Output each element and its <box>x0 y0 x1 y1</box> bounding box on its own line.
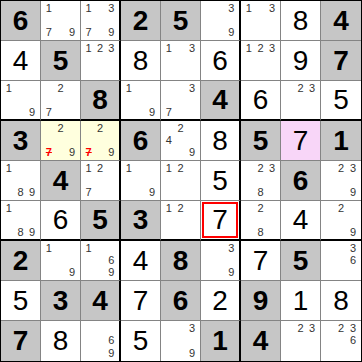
cell-r7c4[interactable]: 4 <box>121 241 161 281</box>
solved-digit: 8 <box>333 287 349 315</box>
cell-r2c1[interactable]: 4 <box>1 41 41 81</box>
solved-digit: 7 <box>212 206 228 234</box>
cell-r8c4[interactable]: 7 <box>121 281 161 321</box>
pencil-mark-6: 6 <box>106 255 117 266</box>
pencil-mark-9: 9 <box>106 348 117 359</box>
solved-digit: 1 <box>293 287 309 315</box>
cell-r3c6[interactable]: 4 <box>201 81 241 121</box>
cell-r6c5[interactable]: 12 <box>161 201 201 241</box>
given-digit: 7 <box>13 327 29 355</box>
cell-r4c5[interactable]: 249 <box>161 121 201 161</box>
given-digit: 8 <box>92 86 108 114</box>
cell-r1c4[interactable]: 2 <box>121 1 161 41</box>
cell-r2c9[interactable]: 7 <box>321 41 361 81</box>
solved-digit: 4 <box>293 206 309 234</box>
cell-r8c7[interactable]: 9 <box>241 281 281 321</box>
cell-r9c4[interactable]: 5 <box>121 321 161 361</box>
given-digit: 6 <box>133 127 149 155</box>
cell-r1c1[interactable]: 6 <box>1 1 41 41</box>
pencil-mark-2: 2 <box>295 323 307 334</box>
cell-r3c5[interactable]: 37 <box>161 81 201 121</box>
solved-digit: 8 <box>53 327 69 355</box>
cell-r4c6[interactable]: 8 <box>201 121 241 161</box>
cell-r6c6[interactable]: 7 <box>201 201 241 241</box>
pencil-mark-9: 9 <box>347 187 359 198</box>
given-digit: 3 <box>133 206 149 234</box>
given-digit: 8 <box>173 247 189 275</box>
cell-r3c9[interactable]: 5 <box>321 81 361 121</box>
pencil-mark-9: 9 <box>146 187 158 198</box>
pencil-mark-1: 1 <box>83 43 94 54</box>
pencil-mark-3: 3 <box>186 83 198 94</box>
cell-r4c3[interactable]: 279 <box>81 121 121 161</box>
cell-r2c6[interactable]: 6 <box>201 41 241 81</box>
cell-r3c2[interactable]: 27 <box>41 81 81 121</box>
cell-r7c5[interactable]: 8 <box>161 241 201 281</box>
pencil-mark-7: 7 <box>43 107 55 118</box>
given-digit: 6 <box>173 287 189 315</box>
pencil-mark-1: 1 <box>83 243 94 254</box>
pencil-mark-9: 9 <box>26 227 38 238</box>
cell-r8c1[interactable]: 5 <box>1 281 41 321</box>
cell-r4c4[interactable]: 6 <box>121 121 161 161</box>
cell-r9c8[interactable]: 23 <box>281 321 321 361</box>
given-digit: 5 <box>173 7 189 35</box>
pencil-mark-9: 9 <box>226 267 237 278</box>
pencil-mark-3: 3 <box>347 323 359 334</box>
pencil-mark-7-struck: 7 <box>83 147 94 158</box>
solved-digit: 4 <box>133 247 149 275</box>
cell-r8c8[interactable]: 1 <box>281 281 321 321</box>
cell-r6c8[interactable]: 4 <box>281 201 321 241</box>
solved-digit: 8 <box>293 7 309 35</box>
pencil-mark-6: 6 <box>106 335 117 346</box>
pencil-mark-3: 3 <box>186 43 198 54</box>
cell-r6c3[interactable]: 5 <box>81 201 121 241</box>
given-digit: 4 <box>212 86 228 114</box>
pencil-mark-3: 3 <box>266 163 278 174</box>
pencil-mark-1: 1 <box>83 163 94 174</box>
solved-digit: 6 <box>253 86 269 114</box>
solved-digit: 4 <box>13 47 29 75</box>
pencil-mark-9: 9 <box>106 147 117 158</box>
pencil-mark-6: 6 <box>347 255 359 266</box>
pencil-mark-1: 1 <box>163 203 175 214</box>
cell-r1c5[interactable]: 5 <box>161 1 201 41</box>
pencil-mark-7: 7 <box>83 27 94 38</box>
pencil-mark-7: 7 <box>163 107 175 118</box>
cell-r9c7[interactable]: 4 <box>241 321 281 361</box>
pencil-mark-1: 1 <box>163 163 175 174</box>
pencil-mark-3: 3 <box>226 243 237 254</box>
cell-r4c7[interactable]: 5 <box>241 121 281 161</box>
pencil-mark-7: 7 <box>43 27 55 38</box>
cell-r2c8[interactable]: 9 <box>281 41 321 81</box>
pencil-mark-2: 2 <box>94 43 105 54</box>
pencil-mark-1: 1 <box>43 243 55 254</box>
pencil-mark-2: 2 <box>94 163 105 174</box>
cell-r4c9[interactable]: 1 <box>321 121 361 161</box>
cell-r3c3[interactable]: 8 <box>81 81 121 121</box>
given-digit: 3 <box>13 127 29 155</box>
cell-r3c1[interactable]: 19 <box>1 81 41 121</box>
pencil-mark-2: 2 <box>335 323 347 334</box>
given-digit: 7 <box>333 47 349 75</box>
cell-r5c3[interactable]: 127 <box>81 161 121 201</box>
pencil-mark-9: 9 <box>106 267 117 278</box>
pencil-mark-9: 9 <box>146 107 158 118</box>
given-digit: 2 <box>133 7 149 35</box>
given-digit: 5 <box>53 47 69 75</box>
cell-r4c1[interactable]: 3 <box>1 121 41 161</box>
pencil-mark-1: 1 <box>163 43 175 54</box>
cell-r2c7[interactable]: 123 <box>241 41 281 81</box>
cell-r9c3[interactable]: 69 <box>81 321 121 361</box>
cell-r9c9[interactable]: 236 <box>321 321 361 361</box>
cell-r5c5[interactable]: 12 <box>161 161 201 201</box>
pencil-mark-2: 2 <box>255 43 267 54</box>
cell-r6c2[interactable]: 6 <box>41 201 81 241</box>
cell-r2c3[interactable]: 123 <box>81 41 121 81</box>
cell-r7c7[interactable]: 7 <box>241 241 281 281</box>
pencil-mark-3: 3 <box>306 83 318 94</box>
pencil-mark-3: 3 <box>306 323 318 334</box>
pencil-mark-9: 9 <box>106 27 117 38</box>
cell-r8c6[interactable]: 2 <box>201 281 241 321</box>
cell-r6c1[interactable]: 189 <box>1 201 41 241</box>
pencil-mark-9: 9 <box>26 107 38 118</box>
pencil-mark-1: 1 <box>243 43 255 54</box>
cell-r1c9[interactable]: 4 <box>321 1 361 41</box>
cell-r3c8[interactable]: 23 <box>281 81 321 121</box>
cell-r8c5[interactable]: 6 <box>161 281 201 321</box>
pencil-mark-7: 7 <box>83 187 94 198</box>
pencil-mark-9: 9 <box>26 187 38 198</box>
cell-r8c3[interactable]: 4 <box>81 281 121 321</box>
cell-r9c2[interactable]: 8 <box>41 321 81 361</box>
cell-r6c7[interactable]: 28 <box>241 201 281 241</box>
pencil-mark-2: 2 <box>255 203 267 214</box>
cell-r7c1[interactable]: 2 <box>1 241 41 281</box>
pencil-mark-6: 6 <box>347 335 359 346</box>
pencil-mark-3: 3 <box>347 163 359 174</box>
solved-digit: 8 <box>133 47 149 75</box>
pencil-mark-3: 3 <box>347 243 359 254</box>
solved-digit: 6 <box>53 206 69 234</box>
pencil-mark-1: 1 <box>3 83 15 94</box>
cell-r9c1[interactable]: 7 <box>1 321 41 361</box>
pencil-mark-1: 1 <box>123 163 135 174</box>
solved-digit: 8 <box>212 127 228 155</box>
pencil-mark-9: 9 <box>186 348 198 359</box>
given-digit: 4 <box>333 7 349 35</box>
cell-r4c2[interactable]: 279 <box>41 121 81 161</box>
cell-r8c9[interactable]: 8 <box>321 281 361 321</box>
pencil-mark-8: 8 <box>15 187 27 198</box>
cell-r1c6[interactable]: 39 <box>201 1 241 41</box>
solved-digit: 5 <box>13 287 29 315</box>
cell-r2c5[interactable]: 13 <box>161 41 201 81</box>
pencil-mark-2: 2 <box>335 203 347 214</box>
pencil-mark-8: 8 <box>255 227 267 238</box>
cell-r1c3[interactable]: 1379 <box>81 1 121 41</box>
pencil-mark-3: 3 <box>106 3 117 14</box>
given-digit: 9 <box>253 287 269 315</box>
cell-r9c6[interactable]: 1 <box>201 321 241 361</box>
pencil-mark-7-struck: 7 <box>43 147 55 158</box>
cell-r7c9[interactable]: 36 <box>321 241 361 281</box>
pencil-mark-1: 1 <box>83 3 94 14</box>
cell-r7c8[interactable]: 5 <box>281 241 321 281</box>
given-digit: 5 <box>92 206 108 234</box>
given-digit: 1 <box>212 327 228 355</box>
cell-r5c1[interactable]: 189 <box>1 161 41 201</box>
pencil-mark-9: 9 <box>66 267 78 278</box>
pencil-mark-8: 8 <box>255 187 267 198</box>
solved-digit: 6 <box>212 47 228 75</box>
pencil-mark-2: 2 <box>295 83 307 94</box>
pencil-mark-4: 4 <box>163 135 175 146</box>
cell-r5c8[interactable]: 6 <box>281 161 321 201</box>
solved-digit: 2 <box>212 287 228 315</box>
pencil-mark-3: 3 <box>106 43 117 54</box>
cell-r5c4[interactable]: 19 <box>121 161 161 201</box>
given-digit: 4 <box>53 167 69 195</box>
given-digit: 2 <box>13 247 29 275</box>
pencil-mark-1: 1 <box>243 3 255 14</box>
pencil-mark-2: 2 <box>175 123 187 134</box>
solved-digit: 7 <box>293 127 309 155</box>
cell-r1c7[interactable]: 13 <box>241 1 281 41</box>
cell-r8c2[interactable]: 3 <box>41 281 81 321</box>
pencil-mark-3: 3 <box>186 323 198 334</box>
solved-digit: 5 <box>212 167 228 195</box>
pencil-mark-1: 1 <box>3 163 15 174</box>
solved-digit: 5 <box>133 327 149 355</box>
given-digit: 4 <box>253 327 269 355</box>
cell-r2c2[interactable]: 5 <box>41 41 81 81</box>
given-digit: 3 <box>53 287 69 315</box>
pencil-mark-8: 8 <box>15 227 27 238</box>
cell-r7c2[interactable]: 19 <box>41 241 81 281</box>
pencil-mark-3: 3 <box>266 3 278 14</box>
cell-r7c3[interactable]: 169 <box>81 241 121 281</box>
given-digit: 5 <box>293 247 309 275</box>
solved-digit: 7 <box>253 247 269 275</box>
cell-r9c5[interactable]: 39 <box>161 321 201 361</box>
sudoku-board: 6179137925391384451238136123971927819374… <box>0 0 362 362</box>
given-digit: 6 <box>13 7 29 35</box>
cell-r6c4[interactable]: 3 <box>121 201 161 241</box>
pencil-mark-3: 3 <box>226 3 237 14</box>
pencil-mark-2: 2 <box>94 123 105 134</box>
given-digit: 6 <box>293 167 309 195</box>
given-digit: 4 <box>92 287 108 315</box>
pencil-mark-1: 1 <box>43 3 55 14</box>
cell-r4c8[interactable]: 7 <box>281 121 321 161</box>
cell-r1c8[interactable]: 8 <box>281 1 321 41</box>
cell-r1c2[interactable]: 179 <box>41 1 81 41</box>
pencil-mark-2: 2 <box>55 83 67 94</box>
solved-digit: 7 <box>133 287 149 315</box>
pencil-mark-3: 3 <box>266 43 278 54</box>
pencil-mark-2: 2 <box>175 203 187 214</box>
pencil-mark-2: 2 <box>255 163 267 174</box>
pencil-mark-9: 9 <box>186 147 198 158</box>
solved-digit: 5 <box>333 86 349 114</box>
pencil-mark-2: 2 <box>175 163 187 174</box>
pencil-mark-2: 2 <box>55 123 67 134</box>
given-digit: 1 <box>333 127 349 155</box>
cell-r6c9[interactable]: 29 <box>321 201 361 241</box>
cell-r5c2[interactable]: 4 <box>41 161 81 201</box>
cell-r5c9[interactable]: 239 <box>321 161 361 201</box>
cell-r5c6[interactable]: 5 <box>201 161 241 201</box>
cell-r3c7[interactable]: 6 <box>241 81 281 121</box>
pencil-mark-9: 9 <box>226 27 237 38</box>
pencil-mark-9: 9 <box>347 227 359 238</box>
pencil-mark-9: 9 <box>66 147 78 158</box>
pencil-mark-9: 9 <box>66 27 78 38</box>
cell-r2c4[interactable]: 8 <box>121 41 161 81</box>
pencil-mark-1: 1 <box>3 203 15 214</box>
solved-digit: 9 <box>293 47 309 75</box>
pencil-mark-1: 1 <box>123 83 135 94</box>
pencil-mark-2: 2 <box>335 163 347 174</box>
cell-r7c6[interactable]: 39 <box>201 241 241 281</box>
cell-r3c4[interactable]: 19 <box>121 81 161 121</box>
cell-r5c7[interactable]: 238 <box>241 161 281 201</box>
given-digit: 5 <box>253 127 269 155</box>
